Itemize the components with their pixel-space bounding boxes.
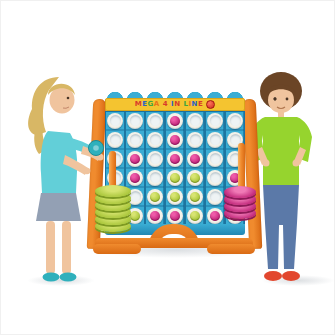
disc-face bbox=[170, 192, 180, 202]
disc-face bbox=[210, 134, 221, 145]
boy-eye-r bbox=[286, 98, 289, 101]
cell-r3c3 bbox=[145, 149, 165, 168]
banner-letter: A bbox=[154, 101, 160, 108]
girl-hand-lower bbox=[84, 168, 91, 175]
banner-logo-badge bbox=[206, 100, 215, 109]
empty-hole bbox=[147, 170, 163, 186]
disc-face bbox=[170, 211, 180, 221]
right-ring-stack bbox=[224, 143, 258, 223]
cell-r6c5 bbox=[185, 206, 205, 225]
disc-face bbox=[110, 134, 121, 145]
cell-r2c5 bbox=[185, 130, 205, 149]
empty-hole bbox=[207, 170, 223, 186]
disc-face bbox=[190, 211, 200, 221]
girl-skirt bbox=[36, 193, 81, 221]
disc-face bbox=[150, 153, 161, 164]
banner-letter: N bbox=[174, 101, 180, 108]
green-disc bbox=[167, 170, 183, 186]
cell-r5c6 bbox=[205, 187, 225, 206]
empty-hole bbox=[107, 113, 123, 129]
girl-eye bbox=[67, 97, 70, 100]
disc-face bbox=[150, 115, 161, 126]
green-disc bbox=[187, 208, 203, 224]
banner-letter: E bbox=[198, 101, 203, 108]
cell-r6c4 bbox=[165, 206, 185, 225]
empty-hole bbox=[207, 113, 223, 129]
magenta-disc bbox=[187, 151, 203, 167]
banner-letter: M bbox=[135, 101, 142, 108]
right-ring-stack-rings bbox=[224, 173, 258, 223]
cell-r1c3 bbox=[145, 111, 165, 130]
cell-r2c2 bbox=[125, 130, 145, 149]
empty-hole bbox=[147, 113, 163, 129]
cell-r4c5 bbox=[185, 168, 205, 187]
cell-r4c4 bbox=[165, 168, 185, 187]
magenta-disc bbox=[167, 113, 183, 129]
empty-hole bbox=[147, 132, 163, 148]
base-foot-right bbox=[207, 244, 255, 254]
disc-face bbox=[170, 135, 180, 145]
boy-shoe-right bbox=[282, 271, 300, 281]
held-teal-disc-hole bbox=[93, 145, 99, 151]
disc-face bbox=[190, 134, 201, 145]
disc-face bbox=[190, 154, 200, 164]
disc-face bbox=[190, 192, 200, 202]
disc-face bbox=[150, 192, 160, 202]
cell-r1c2 bbox=[125, 111, 145, 130]
girl-leg-right bbox=[62, 221, 71, 274]
empty-hole bbox=[187, 132, 203, 148]
magenta-disc bbox=[147, 208, 163, 224]
banner-text: MEGA4INLINE bbox=[135, 101, 204, 108]
empty-hole bbox=[207, 132, 223, 148]
disc-face bbox=[170, 154, 180, 164]
product-photo-scene: MEGA4INLINE bbox=[0, 0, 335, 335]
disc-face bbox=[150, 172, 161, 183]
empty-hole bbox=[127, 113, 143, 129]
magenta-disc bbox=[167, 208, 183, 224]
disc-face bbox=[150, 211, 160, 221]
cell-r2c6 bbox=[205, 130, 225, 149]
board-banner: MEGA4INLINE bbox=[105, 98, 245, 111]
cell-r6c6 bbox=[205, 206, 225, 225]
disc-face bbox=[190, 173, 200, 183]
cell-r1c4 bbox=[165, 111, 185, 130]
disc-face bbox=[170, 116, 180, 126]
cell-r1c6 bbox=[205, 111, 225, 130]
magenta-disc bbox=[167, 132, 183, 148]
girl-leg-left bbox=[46, 221, 55, 274]
banner-letter: 4 bbox=[163, 101, 168, 108]
cell-r3c5 bbox=[185, 149, 205, 168]
cell-r2c3 bbox=[145, 130, 165, 149]
girl bbox=[15, 71, 105, 286]
disc-face bbox=[150, 134, 161, 145]
cell-r3c4 bbox=[165, 149, 185, 168]
girl-shoe-right bbox=[60, 273, 77, 282]
boy-shoe-left bbox=[264, 271, 282, 281]
cell-r5c5 bbox=[185, 187, 205, 206]
green-disc bbox=[187, 189, 203, 205]
cell-r1c7 bbox=[225, 111, 245, 130]
disc-face bbox=[230, 115, 241, 126]
empty-hole bbox=[187, 113, 203, 129]
cell-r4c3 bbox=[145, 168, 165, 187]
disc-face bbox=[210, 153, 221, 164]
magenta-disc bbox=[167, 151, 183, 167]
cell-r2c1 bbox=[105, 130, 125, 149]
disc-face bbox=[190, 115, 201, 126]
cell-r6c3 bbox=[145, 206, 165, 225]
empty-hole bbox=[227, 113, 243, 129]
pink-spare-ring bbox=[224, 186, 256, 198]
disc-face bbox=[210, 211, 220, 221]
disc-face bbox=[210, 191, 221, 202]
green-disc bbox=[167, 189, 183, 205]
cell-r5c3 bbox=[145, 187, 165, 206]
empty-hole bbox=[107, 132, 123, 148]
girl-shoe-left bbox=[43, 273, 60, 282]
empty-hole bbox=[207, 189, 223, 205]
boy-neck bbox=[278, 111, 284, 118]
green-disc bbox=[147, 189, 163, 205]
disc-face bbox=[210, 115, 221, 126]
empty-hole bbox=[147, 151, 163, 167]
cell-r2c4 bbox=[165, 130, 185, 149]
cell-r1c1 bbox=[105, 111, 125, 130]
cell-r5c4 bbox=[165, 187, 185, 206]
disc-face bbox=[110, 115, 121, 126]
empty-hole bbox=[207, 151, 223, 167]
disc-face bbox=[170, 173, 180, 183]
boy-hand-left bbox=[263, 160, 270, 167]
cell-r3c6 bbox=[205, 149, 225, 168]
disc-face bbox=[130, 134, 141, 145]
disc-face bbox=[210, 172, 221, 183]
green-disc bbox=[187, 170, 203, 186]
empty-hole bbox=[127, 132, 143, 148]
cell-r4c6 bbox=[205, 168, 225, 187]
boy-eye-l bbox=[274, 98, 277, 101]
disc-face bbox=[130, 115, 141, 126]
magenta-disc bbox=[207, 208, 223, 224]
cell-r1c5 bbox=[185, 111, 205, 130]
boy-jeans bbox=[263, 185, 299, 269]
boy-hand-right bbox=[293, 160, 300, 167]
